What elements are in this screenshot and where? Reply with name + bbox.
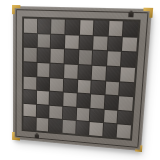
square-f1[interactable] xyxy=(89,122,102,136)
square-h6[interactable] xyxy=(121,52,136,67)
square-e2[interactable] xyxy=(76,108,89,122)
square-b2[interactable] xyxy=(36,105,48,119)
square-e4[interactable] xyxy=(77,79,91,93)
square-g8[interactable] xyxy=(108,21,123,36)
square-a4[interactable] xyxy=(24,76,36,90)
square-h7[interactable] xyxy=(122,37,137,52)
photo-background xyxy=(0,0,160,160)
square-d2[interactable] xyxy=(63,107,76,121)
square-a2[interactable] xyxy=(23,104,35,117)
square-f5[interactable] xyxy=(92,66,106,80)
square-g5[interactable] xyxy=(106,66,120,80)
square-e6[interactable] xyxy=(78,50,92,64)
square-g4[interactable] xyxy=(105,81,119,95)
maker-emblem-icon xyxy=(128,11,134,18)
square-f8[interactable] xyxy=(94,21,108,36)
square-c3[interactable] xyxy=(50,92,63,106)
square-h1[interactable] xyxy=(117,125,131,139)
square-a8[interactable] xyxy=(24,19,37,33)
square-d5[interactable] xyxy=(64,64,77,78)
square-h2[interactable] xyxy=(118,111,132,125)
square-d4[interactable] xyxy=(64,79,77,93)
square-c2[interactable] xyxy=(49,106,62,120)
square-e8[interactable] xyxy=(79,20,93,35)
square-b7[interactable] xyxy=(37,34,50,48)
brass-corner-bottom-right-icon xyxy=(135,145,142,152)
square-c6[interactable] xyxy=(51,49,64,63)
square-g3[interactable] xyxy=(105,95,119,109)
square-f4[interactable] xyxy=(91,80,105,94)
square-d1[interactable] xyxy=(62,120,75,134)
square-e1[interactable] xyxy=(76,121,89,135)
square-d6[interactable] xyxy=(64,50,77,64)
square-g1[interactable] xyxy=(103,124,117,138)
square-e7[interactable] xyxy=(79,35,93,50)
square-f6[interactable] xyxy=(92,51,106,65)
square-f3[interactable] xyxy=(91,95,105,109)
square-b4[interactable] xyxy=(37,77,50,91)
square-h4[interactable] xyxy=(120,82,134,96)
square-c5[interactable] xyxy=(50,64,63,78)
square-h5[interactable] xyxy=(120,67,135,82)
square-h8[interactable] xyxy=(123,21,138,36)
square-g2[interactable] xyxy=(104,110,118,124)
playing-area xyxy=(22,16,141,140)
square-b1[interactable] xyxy=(36,118,48,131)
square-h3[interactable] xyxy=(119,96,133,110)
maker-emblem-icon xyxy=(35,133,39,139)
square-c1[interactable] xyxy=(49,119,62,133)
squares-grid xyxy=(23,19,138,139)
square-c8[interactable] xyxy=(51,19,64,33)
square-f7[interactable] xyxy=(93,36,107,51)
square-b5[interactable] xyxy=(37,63,50,77)
square-f2[interactable] xyxy=(90,109,104,123)
square-a3[interactable] xyxy=(24,90,36,104)
square-d8[interactable] xyxy=(65,20,79,35)
brass-corner-bottom-left-icon xyxy=(12,132,20,141)
checkerboard xyxy=(13,6,152,151)
square-a1[interactable] xyxy=(23,117,35,130)
square-c4[interactable] xyxy=(50,78,63,92)
square-g7[interactable] xyxy=(108,36,123,51)
square-g6[interactable] xyxy=(107,52,121,67)
square-b6[interactable] xyxy=(37,48,50,62)
square-c7[interactable] xyxy=(51,34,64,48)
square-d3[interactable] xyxy=(63,93,76,107)
brass-corner-top-left-icon xyxy=(12,5,20,14)
square-e5[interactable] xyxy=(78,65,92,79)
square-d7[interactable] xyxy=(65,35,79,49)
brass-corner-top-right-icon xyxy=(143,8,153,18)
square-a6[interactable] xyxy=(24,48,37,62)
square-a5[interactable] xyxy=(24,62,36,76)
square-a7[interactable] xyxy=(24,33,37,47)
square-b3[interactable] xyxy=(37,91,50,105)
square-e3[interactable] xyxy=(77,94,90,108)
square-b8[interactable] xyxy=(38,19,51,33)
